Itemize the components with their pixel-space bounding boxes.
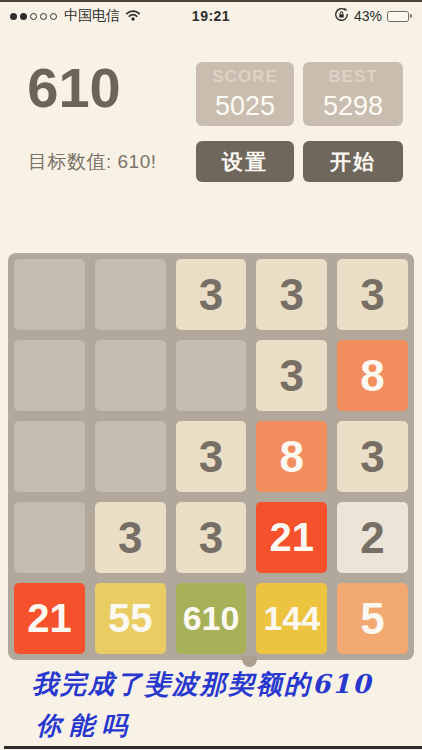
tile-3: 3 bbox=[95, 502, 166, 573]
score-box: SCORE 5025 bbox=[196, 62, 294, 126]
tile-3: 3 bbox=[256, 340, 327, 411]
annotation-line2: 你能吗 bbox=[36, 709, 135, 742]
start-button[interactable]: 开始 bbox=[303, 141, 403, 182]
score-label: SCORE bbox=[212, 67, 277, 87]
empty-cell bbox=[14, 259, 85, 330]
tile-3: 3 bbox=[176, 502, 247, 573]
signal-dots-icon bbox=[10, 13, 57, 20]
tile-3: 3 bbox=[176, 421, 247, 492]
carrier-label: 中国电信 bbox=[64, 7, 120, 25]
tile-8: 8 bbox=[256, 421, 327, 492]
empty-cell bbox=[14, 502, 85, 573]
best-box: BEST 5298 bbox=[303, 62, 403, 126]
current-max-tile: 610 bbox=[18, 60, 130, 116]
tile-21: 21 bbox=[256, 502, 327, 573]
best-label: BEST bbox=[328, 67, 377, 87]
app-screen: 中国电信 19:21 43% bbox=[0, 0, 422, 750]
battery-percent: 43% bbox=[354, 8, 382, 24]
score-value: 5025 bbox=[215, 91, 275, 122]
best-value: 5298 bbox=[323, 91, 383, 122]
board-grid[interactable]: 333383833321221556101445 bbox=[8, 253, 414, 660]
tile-3: 3 bbox=[256, 259, 327, 330]
tile-3: 3 bbox=[337, 421, 408, 492]
tile-8: 8 bbox=[337, 340, 408, 411]
empty-cell bbox=[14, 340, 85, 411]
wifi-icon bbox=[125, 8, 141, 24]
empty-cell bbox=[95, 259, 166, 330]
battery-icon bbox=[387, 11, 412, 22]
settings-button[interactable]: 设置 bbox=[196, 141, 294, 182]
bottom-edge-bar bbox=[4, 746, 422, 749]
tile-144: 144 bbox=[256, 583, 327, 654]
tile-55: 55 bbox=[95, 583, 166, 654]
tile-21: 21 bbox=[14, 583, 85, 654]
empty-cell bbox=[14, 421, 85, 492]
tile-3: 3 bbox=[337, 259, 408, 330]
status-bar: 中国电信 19:21 43% bbox=[0, 2, 422, 30]
tile-3: 3 bbox=[176, 259, 247, 330]
annotation-line1: 我完成了斐波那契额的610 bbox=[32, 667, 372, 702]
empty-cell bbox=[95, 421, 166, 492]
empty-cell bbox=[176, 340, 247, 411]
tile-5: 5 bbox=[337, 583, 408, 654]
empty-cell bbox=[95, 340, 166, 411]
board-drip-smudge bbox=[242, 656, 257, 667]
clock: 19:21 bbox=[192, 8, 230, 24]
target-value-label: 目标数值: 610! bbox=[28, 149, 157, 175]
tile-610: 610 bbox=[176, 583, 247, 654]
rotation-lock-icon bbox=[334, 7, 349, 25]
tile-2: 2 bbox=[337, 502, 408, 573]
